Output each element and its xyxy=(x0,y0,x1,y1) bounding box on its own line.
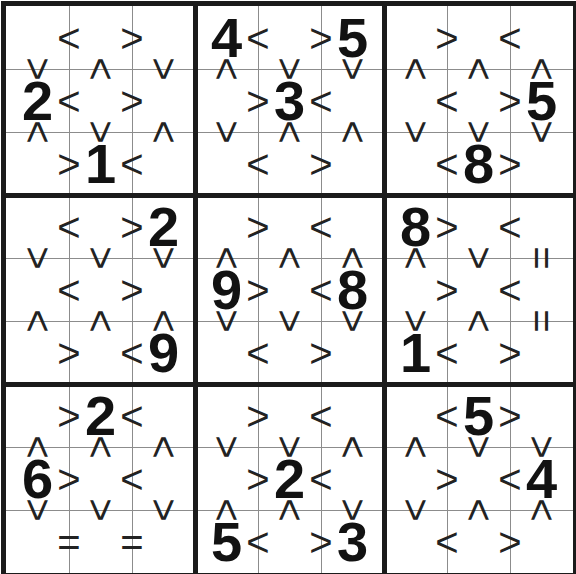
caret-down-sign: > xyxy=(396,120,436,143)
caret-up-sign: < xyxy=(81,309,121,332)
less-than-sign: < xyxy=(57,270,80,310)
less-than-sign: < xyxy=(498,459,521,499)
caret-up-sign: < xyxy=(396,57,436,80)
caret-up-sign: < xyxy=(18,120,58,143)
less-than-sign: < xyxy=(435,81,458,121)
less-than-sign: < xyxy=(435,333,458,373)
less-than-sign: < xyxy=(309,459,332,499)
less-than-sign: < xyxy=(435,522,458,562)
sudoku-board: 45235182898912562453<><>><<>><<>><<><><>… xyxy=(1,1,576,574)
less-than-sign: < xyxy=(246,333,269,373)
greater-than-sign: > xyxy=(309,333,332,373)
greater-than-sign: > xyxy=(498,396,521,436)
caret-down-sign: > xyxy=(144,57,184,80)
caret-down-sign: > xyxy=(333,498,373,521)
given-digit: 3 xyxy=(337,514,368,570)
less-than-sign: < xyxy=(498,270,521,310)
greater-than-sign: > xyxy=(57,144,80,184)
less-than-sign: < xyxy=(498,18,521,58)
caret-up-sign: < xyxy=(333,120,373,143)
caret-down-sign: > xyxy=(81,498,121,521)
less-than-sign: < xyxy=(309,396,332,436)
caret-down-sign: > xyxy=(270,309,310,332)
greater-than-sign: > xyxy=(246,396,269,436)
less-than-sign: < xyxy=(120,396,143,436)
greater-than-sign: > xyxy=(435,207,458,247)
caret-down-sign: > xyxy=(18,246,58,269)
caret-down-sign: > xyxy=(207,120,247,143)
less-than-sign: < xyxy=(246,522,269,562)
greater-than-sign: > xyxy=(309,144,332,184)
caret-down-sign: > xyxy=(144,498,184,521)
caret-down-sign: > xyxy=(207,435,247,458)
caret-up-sign: < xyxy=(459,57,499,80)
given-digit: 1 xyxy=(400,325,431,381)
equals-sign: = xyxy=(57,522,80,562)
greater-than-sign: > xyxy=(246,207,269,247)
less-than-sign: < xyxy=(120,459,143,499)
given-digit: 9 xyxy=(148,325,179,381)
caret-down-sign: > xyxy=(144,246,184,269)
less-than-sign: < xyxy=(120,333,143,373)
caret-down-sign: > xyxy=(396,309,436,332)
caret-up-sign: < xyxy=(144,435,184,458)
vertical-equals-sign: = xyxy=(522,246,562,269)
given-digit: 1 xyxy=(85,136,116,192)
less-than-sign: < xyxy=(309,81,332,121)
greater-than-sign: > xyxy=(498,144,521,184)
caret-down-sign: > xyxy=(81,120,121,143)
less-than-sign: < xyxy=(57,207,80,247)
caret-up-sign: < xyxy=(459,309,499,332)
caret-down-sign: > xyxy=(522,435,562,458)
less-than-sign: < xyxy=(435,144,458,184)
caret-down-sign: > xyxy=(18,498,58,521)
greater-than-sign: > xyxy=(120,81,143,121)
caret-up-sign: < xyxy=(270,120,310,143)
less-than-sign: < xyxy=(309,207,332,247)
greater-than-sign: > xyxy=(120,18,143,58)
caret-up-sign: < xyxy=(81,57,121,80)
caret-down-sign: > xyxy=(459,435,499,458)
given-digit: 5 xyxy=(211,514,242,570)
greater-than-sign: > xyxy=(309,522,332,562)
caret-down-sign: > xyxy=(333,57,373,80)
given-digit: 8 xyxy=(463,136,494,192)
greater-than-sign: > xyxy=(246,81,269,121)
greater-than-sign: > xyxy=(57,459,80,499)
less-than-sign: < xyxy=(57,18,80,58)
less-than-sign: < xyxy=(309,270,332,310)
caret-down-sign: > xyxy=(270,435,310,458)
greater-than-sign: > xyxy=(120,207,143,247)
less-than-sign: < xyxy=(57,81,80,121)
caret-down-sign: > xyxy=(522,120,562,143)
caret-up-sign: < xyxy=(270,246,310,269)
caret-down-sign: > xyxy=(459,120,499,143)
caret-up-sign: < xyxy=(396,435,436,458)
less-than-sign: < xyxy=(498,207,521,247)
caret-up-sign: < xyxy=(207,498,247,521)
less-than-sign: < xyxy=(246,18,269,58)
caret-up-sign: < xyxy=(270,498,310,521)
vertical-equals-sign: = xyxy=(522,309,562,332)
caret-up-sign: < xyxy=(207,246,247,269)
greater-than-sign: > xyxy=(246,270,269,310)
caret-up-sign: < xyxy=(207,57,247,80)
greater-than-sign: > xyxy=(246,459,269,499)
caret-down-sign: > xyxy=(396,498,436,521)
caret-down-sign: > xyxy=(333,309,373,332)
greater-than-sign: > xyxy=(435,18,458,58)
caret-up-sign: < xyxy=(81,435,121,458)
greater-than-sign: > xyxy=(435,459,458,499)
greater-than-sign: > xyxy=(309,18,332,58)
greater-than-sign: > xyxy=(120,270,143,310)
caret-up-sign: < xyxy=(522,498,562,521)
caret-up-sign: < xyxy=(333,435,373,458)
less-than-sign: < xyxy=(246,144,269,184)
caret-down-sign: > xyxy=(207,309,247,332)
caret-up-sign: < xyxy=(144,309,184,332)
caret-up-sign: < xyxy=(459,498,499,521)
greater-than-sign: > xyxy=(498,333,521,373)
caret-up-sign: < xyxy=(396,246,436,269)
caret-down-sign: > xyxy=(18,57,58,80)
caret-down-sign: > xyxy=(459,246,499,269)
caret-down-sign: > xyxy=(81,246,121,269)
greater-than-sign: > xyxy=(435,270,458,310)
greater-than-sign: > xyxy=(57,396,80,436)
less-than-sign: < xyxy=(120,144,143,184)
caret-up-sign: < xyxy=(144,120,184,143)
caret-up-sign: < xyxy=(18,435,58,458)
caret-up-sign: < xyxy=(522,57,562,80)
greater-than-sign: > xyxy=(57,333,80,373)
equals-sign: = xyxy=(120,522,143,562)
caret-down-sign: > xyxy=(270,57,310,80)
less-than-sign: < xyxy=(435,396,458,436)
greater-than-sign: > xyxy=(498,522,521,562)
greater-than-sign: > xyxy=(498,81,521,121)
caret-up-sign: < xyxy=(18,309,58,332)
caret-up-sign: < xyxy=(333,246,373,269)
